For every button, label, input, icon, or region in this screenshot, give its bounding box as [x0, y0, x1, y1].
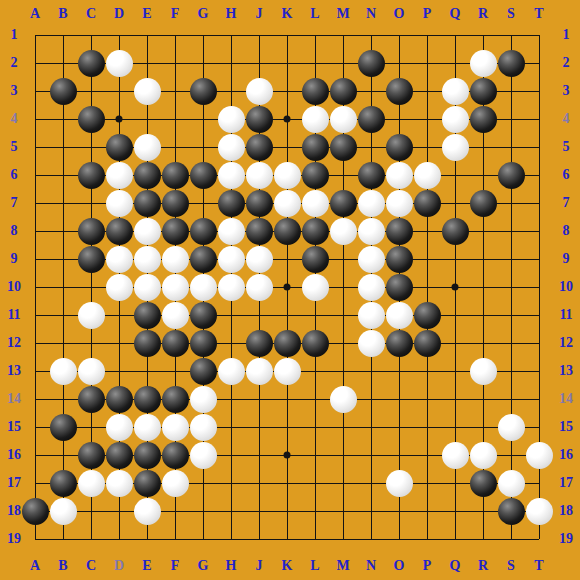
point-H7[interactable] — [217, 189, 245, 217]
point-K4[interactable] — [273, 105, 301, 133]
point-O10[interactable] — [385, 273, 413, 301]
point-G15[interactable] — [189, 413, 217, 441]
point-E15[interactable] — [133, 413, 161, 441]
point-D7[interactable] — [105, 189, 133, 217]
point-T12[interactable] — [525, 329, 553, 357]
point-F17[interactable] — [161, 469, 189, 497]
point-P5[interactable] — [413, 133, 441, 161]
point-E18[interactable] — [133, 497, 161, 525]
point-D17[interactable] — [105, 469, 133, 497]
point-M17[interactable] — [329, 469, 357, 497]
point-R18[interactable] — [469, 497, 497, 525]
point-A2[interactable] — [21, 49, 49, 77]
point-J19[interactable] — [245, 525, 273, 553]
point-C12[interactable] — [77, 329, 105, 357]
point-B10[interactable] — [49, 273, 77, 301]
point-H12[interactable] — [217, 329, 245, 357]
point-K5[interactable] — [273, 133, 301, 161]
point-A16[interactable] — [21, 441, 49, 469]
point-Q6[interactable] — [441, 161, 469, 189]
point-A7[interactable] — [21, 189, 49, 217]
point-B18[interactable] — [49, 497, 77, 525]
point-H10[interactable] — [217, 273, 245, 301]
point-K17[interactable] — [273, 469, 301, 497]
point-M15[interactable] — [329, 413, 357, 441]
point-N2[interactable] — [357, 49, 385, 77]
point-J11[interactable] — [245, 301, 273, 329]
point-K12[interactable] — [273, 329, 301, 357]
point-T17[interactable] — [525, 469, 553, 497]
point-H14[interactable] — [217, 385, 245, 413]
point-L12[interactable] — [301, 329, 329, 357]
point-K8[interactable] — [273, 217, 301, 245]
point-A17[interactable] — [21, 469, 49, 497]
point-J4[interactable] — [245, 105, 273, 133]
point-A1[interactable] — [21, 21, 49, 49]
point-H6[interactable] — [217, 161, 245, 189]
point-D14[interactable] — [105, 385, 133, 413]
point-N17[interactable] — [357, 469, 385, 497]
point-M10[interactable] — [329, 273, 357, 301]
point-G18[interactable] — [189, 497, 217, 525]
point-G17[interactable] — [189, 469, 217, 497]
point-N3[interactable] — [357, 77, 385, 105]
point-N11[interactable] — [357, 301, 385, 329]
point-L18[interactable] — [301, 497, 329, 525]
point-K15[interactable] — [273, 413, 301, 441]
point-M3[interactable] — [329, 77, 357, 105]
point-Q19[interactable] — [441, 525, 469, 553]
point-G11[interactable] — [189, 301, 217, 329]
point-D11[interactable] — [105, 301, 133, 329]
point-E6[interactable] — [133, 161, 161, 189]
point-A11[interactable] — [21, 301, 49, 329]
point-O14[interactable] — [385, 385, 413, 413]
point-L17[interactable] — [301, 469, 329, 497]
point-D5[interactable] — [105, 133, 133, 161]
point-H17[interactable] — [217, 469, 245, 497]
point-R13[interactable] — [469, 357, 497, 385]
point-K11[interactable] — [273, 301, 301, 329]
point-S5[interactable] — [497, 133, 525, 161]
point-S6[interactable] — [497, 161, 525, 189]
point-N4[interactable] — [357, 105, 385, 133]
point-T19[interactable] — [525, 525, 553, 553]
point-Q13[interactable] — [441, 357, 469, 385]
point-S16[interactable] — [497, 441, 525, 469]
point-C5[interactable] — [77, 133, 105, 161]
point-Q8[interactable] — [441, 217, 469, 245]
point-M14[interactable] — [329, 385, 357, 413]
point-C15[interactable] — [77, 413, 105, 441]
point-J17[interactable] — [245, 469, 273, 497]
point-C2[interactable] — [77, 49, 105, 77]
point-P4[interactable] — [413, 105, 441, 133]
point-S3[interactable] — [497, 77, 525, 105]
point-R5[interactable] — [469, 133, 497, 161]
point-D10[interactable] — [105, 273, 133, 301]
point-C7[interactable] — [77, 189, 105, 217]
point-J15[interactable] — [245, 413, 273, 441]
point-G3[interactable] — [189, 77, 217, 105]
point-R2[interactable] — [469, 49, 497, 77]
point-T1[interactable] — [525, 21, 553, 49]
point-P12[interactable] — [413, 329, 441, 357]
point-O13[interactable] — [385, 357, 413, 385]
point-P9[interactable] — [413, 245, 441, 273]
point-M5[interactable] — [329, 133, 357, 161]
point-F11[interactable] — [161, 301, 189, 329]
point-D15[interactable] — [105, 413, 133, 441]
point-P16[interactable] — [413, 441, 441, 469]
point-L2[interactable] — [301, 49, 329, 77]
point-Q1[interactable] — [441, 21, 469, 49]
point-A12[interactable] — [21, 329, 49, 357]
point-K14[interactable] — [273, 385, 301, 413]
point-R3[interactable] — [469, 77, 497, 105]
point-T9[interactable] — [525, 245, 553, 273]
point-N5[interactable] — [357, 133, 385, 161]
point-G1[interactable] — [189, 21, 217, 49]
point-M8[interactable] — [329, 217, 357, 245]
point-N13[interactable] — [357, 357, 385, 385]
point-T13[interactable] — [525, 357, 553, 385]
point-M19[interactable] — [329, 525, 357, 553]
point-Q2[interactable] — [441, 49, 469, 77]
point-F5[interactable] — [161, 133, 189, 161]
point-S10[interactable] — [497, 273, 525, 301]
point-T5[interactable] — [525, 133, 553, 161]
point-F2[interactable] — [161, 49, 189, 77]
point-D2[interactable] — [105, 49, 133, 77]
point-Q9[interactable] — [441, 245, 469, 273]
point-R10[interactable] — [469, 273, 497, 301]
point-F3[interactable] — [161, 77, 189, 105]
point-G7[interactable] — [189, 189, 217, 217]
point-K3[interactable] — [273, 77, 301, 105]
point-S9[interactable] — [497, 245, 525, 273]
point-L9[interactable] — [301, 245, 329, 273]
point-R17[interactable] — [469, 469, 497, 497]
point-F9[interactable] — [161, 245, 189, 273]
point-K18[interactable] — [273, 497, 301, 525]
point-G4[interactable] — [189, 105, 217, 133]
point-F16[interactable] — [161, 441, 189, 469]
point-F4[interactable] — [161, 105, 189, 133]
point-Q16[interactable] — [441, 441, 469, 469]
point-T8[interactable] — [525, 217, 553, 245]
point-O12[interactable] — [385, 329, 413, 357]
point-O2[interactable] — [385, 49, 413, 77]
point-N18[interactable] — [357, 497, 385, 525]
point-T4[interactable] — [525, 105, 553, 133]
point-M4[interactable] — [329, 105, 357, 133]
point-G16[interactable] — [189, 441, 217, 469]
point-J14[interactable] — [245, 385, 273, 413]
point-G8[interactable] — [189, 217, 217, 245]
point-E19[interactable] — [133, 525, 161, 553]
point-E9[interactable] — [133, 245, 161, 273]
point-P1[interactable] — [413, 21, 441, 49]
point-A3[interactable] — [21, 77, 49, 105]
point-R7[interactable] — [469, 189, 497, 217]
point-H2[interactable] — [217, 49, 245, 77]
point-K9[interactable] — [273, 245, 301, 273]
point-K16[interactable] — [273, 441, 301, 469]
point-N8[interactable] — [357, 217, 385, 245]
point-O1[interactable] — [385, 21, 413, 49]
point-F14[interactable] — [161, 385, 189, 413]
point-O16[interactable] — [385, 441, 413, 469]
point-R4[interactable] — [469, 105, 497, 133]
point-T3[interactable] — [525, 77, 553, 105]
point-B17[interactable] — [49, 469, 77, 497]
point-Q10[interactable] — [441, 273, 469, 301]
point-T10[interactable] — [525, 273, 553, 301]
point-J12[interactable] — [245, 329, 273, 357]
point-B8[interactable] — [49, 217, 77, 245]
point-A4[interactable] — [21, 105, 49, 133]
point-B4[interactable] — [49, 105, 77, 133]
point-Q5[interactable] — [441, 133, 469, 161]
point-L5[interactable] — [301, 133, 329, 161]
point-P17[interactable] — [413, 469, 441, 497]
point-A10[interactable] — [21, 273, 49, 301]
point-L11[interactable] — [301, 301, 329, 329]
point-D13[interactable] — [105, 357, 133, 385]
point-T15[interactable] — [525, 413, 553, 441]
point-E10[interactable] — [133, 273, 161, 301]
point-H9[interactable] — [217, 245, 245, 273]
point-H5[interactable] — [217, 133, 245, 161]
point-Q7[interactable] — [441, 189, 469, 217]
point-C16[interactable] — [77, 441, 105, 469]
point-P19[interactable] — [413, 525, 441, 553]
point-L14[interactable] — [301, 385, 329, 413]
point-E17[interactable] — [133, 469, 161, 497]
point-Q14[interactable] — [441, 385, 469, 413]
point-K2[interactable] — [273, 49, 301, 77]
point-E13[interactable] — [133, 357, 161, 385]
point-P2[interactable] — [413, 49, 441, 77]
point-G2[interactable] — [189, 49, 217, 77]
point-R6[interactable] — [469, 161, 497, 189]
point-G13[interactable] — [189, 357, 217, 385]
point-L10[interactable] — [301, 273, 329, 301]
point-N10[interactable] — [357, 273, 385, 301]
point-C9[interactable] — [77, 245, 105, 273]
point-S4[interactable] — [497, 105, 525, 133]
point-M13[interactable] — [329, 357, 357, 385]
point-D18[interactable] — [105, 497, 133, 525]
point-O18[interactable] — [385, 497, 413, 525]
point-J18[interactable] — [245, 497, 273, 525]
point-B9[interactable] — [49, 245, 77, 273]
point-D4[interactable] — [105, 105, 133, 133]
point-R15[interactable] — [469, 413, 497, 441]
point-E12[interactable] — [133, 329, 161, 357]
point-J6[interactable] — [245, 161, 273, 189]
point-M11[interactable] — [329, 301, 357, 329]
point-E8[interactable] — [133, 217, 161, 245]
point-A15[interactable] — [21, 413, 49, 441]
point-M12[interactable] — [329, 329, 357, 357]
point-C13[interactable] — [77, 357, 105, 385]
point-N15[interactable] — [357, 413, 385, 441]
point-F18[interactable] — [161, 497, 189, 525]
point-C4[interactable] — [77, 105, 105, 133]
point-S18[interactable] — [497, 497, 525, 525]
point-K19[interactable] — [273, 525, 301, 553]
point-T14[interactable] — [525, 385, 553, 413]
point-E11[interactable] — [133, 301, 161, 329]
point-S13[interactable] — [497, 357, 525, 385]
point-L13[interactable] — [301, 357, 329, 385]
point-B5[interactable] — [49, 133, 77, 161]
point-S17[interactable] — [497, 469, 525, 497]
point-M16[interactable] — [329, 441, 357, 469]
point-M18[interactable] — [329, 497, 357, 525]
point-P3[interactable] — [413, 77, 441, 105]
point-L6[interactable] — [301, 161, 329, 189]
point-O11[interactable] — [385, 301, 413, 329]
point-H15[interactable] — [217, 413, 245, 441]
point-D1[interactable] — [105, 21, 133, 49]
point-O5[interactable] — [385, 133, 413, 161]
point-T11[interactable] — [525, 301, 553, 329]
point-J5[interactable] — [245, 133, 273, 161]
point-P6[interactable] — [413, 161, 441, 189]
point-O19[interactable] — [385, 525, 413, 553]
point-E1[interactable] — [133, 21, 161, 49]
point-Q15[interactable] — [441, 413, 469, 441]
point-R16[interactable] — [469, 441, 497, 469]
point-B15[interactable] — [49, 413, 77, 441]
point-B13[interactable] — [49, 357, 77, 385]
point-G9[interactable] — [189, 245, 217, 273]
point-S7[interactable] — [497, 189, 525, 217]
point-D19[interactable] — [105, 525, 133, 553]
point-T7[interactable] — [525, 189, 553, 217]
point-J7[interactable] — [245, 189, 273, 217]
point-B12[interactable] — [49, 329, 77, 357]
point-A6[interactable] — [21, 161, 49, 189]
point-D9[interactable] — [105, 245, 133, 273]
point-H3[interactable] — [217, 77, 245, 105]
point-P14[interactable] — [413, 385, 441, 413]
point-J13[interactable] — [245, 357, 273, 385]
point-P18[interactable] — [413, 497, 441, 525]
point-M1[interactable] — [329, 21, 357, 49]
point-R14[interactable] — [469, 385, 497, 413]
point-Q4[interactable] — [441, 105, 469, 133]
point-B7[interactable] — [49, 189, 77, 217]
point-K6[interactable] — [273, 161, 301, 189]
point-J10[interactable] — [245, 273, 273, 301]
point-L7[interactable] — [301, 189, 329, 217]
point-H13[interactable] — [217, 357, 245, 385]
point-A18[interactable] — [21, 497, 49, 525]
point-H18[interactable] — [217, 497, 245, 525]
point-E16[interactable] — [133, 441, 161, 469]
point-F19[interactable] — [161, 525, 189, 553]
point-S14[interactable] — [497, 385, 525, 413]
point-E4[interactable] — [133, 105, 161, 133]
point-H16[interactable] — [217, 441, 245, 469]
point-J9[interactable] — [245, 245, 273, 273]
point-T2[interactable] — [525, 49, 553, 77]
point-A13[interactable] — [21, 357, 49, 385]
point-C14[interactable] — [77, 385, 105, 413]
point-S12[interactable] — [497, 329, 525, 357]
point-T6[interactable] — [525, 161, 553, 189]
point-B6[interactable] — [49, 161, 77, 189]
point-Q12[interactable] — [441, 329, 469, 357]
point-P15[interactable] — [413, 413, 441, 441]
point-O6[interactable] — [385, 161, 413, 189]
point-J8[interactable] — [245, 217, 273, 245]
point-B3[interactable] — [49, 77, 77, 105]
point-L3[interactable] — [301, 77, 329, 105]
point-P7[interactable] — [413, 189, 441, 217]
point-J1[interactable] — [245, 21, 273, 49]
point-H19[interactable] — [217, 525, 245, 553]
point-P8[interactable] — [413, 217, 441, 245]
point-R1[interactable] — [469, 21, 497, 49]
point-S15[interactable] — [497, 413, 525, 441]
point-P11[interactable] — [413, 301, 441, 329]
point-Q18[interactable] — [441, 497, 469, 525]
point-L15[interactable] — [301, 413, 329, 441]
point-D12[interactable] — [105, 329, 133, 357]
point-L8[interactable] — [301, 217, 329, 245]
point-E14[interactable] — [133, 385, 161, 413]
point-S2[interactable] — [497, 49, 525, 77]
point-O3[interactable] — [385, 77, 413, 105]
point-J16[interactable] — [245, 441, 273, 469]
point-B19[interactable] — [49, 525, 77, 553]
point-N14[interactable] — [357, 385, 385, 413]
point-N6[interactable] — [357, 161, 385, 189]
point-F10[interactable] — [161, 273, 189, 301]
point-S8[interactable] — [497, 217, 525, 245]
point-C8[interactable] — [77, 217, 105, 245]
point-A8[interactable] — [21, 217, 49, 245]
point-E2[interactable] — [133, 49, 161, 77]
point-L16[interactable] — [301, 441, 329, 469]
point-M7[interactable] — [329, 189, 357, 217]
point-N9[interactable] — [357, 245, 385, 273]
point-O9[interactable] — [385, 245, 413, 273]
point-F8[interactable] — [161, 217, 189, 245]
point-Q17[interactable] — [441, 469, 469, 497]
point-R12[interactable] — [469, 329, 497, 357]
point-K13[interactable] — [273, 357, 301, 385]
point-M2[interactable] — [329, 49, 357, 77]
point-G14[interactable] — [189, 385, 217, 413]
point-F13[interactable] — [161, 357, 189, 385]
point-N1[interactable] — [357, 21, 385, 49]
point-M9[interactable] — [329, 245, 357, 273]
point-H8[interactable] — [217, 217, 245, 245]
point-P13[interactable] — [413, 357, 441, 385]
point-K10[interactable] — [273, 273, 301, 301]
point-D16[interactable] — [105, 441, 133, 469]
point-L4[interactable] — [301, 105, 329, 133]
point-F12[interactable] — [161, 329, 189, 357]
point-P10[interactable] — [413, 273, 441, 301]
point-C6[interactable] — [77, 161, 105, 189]
